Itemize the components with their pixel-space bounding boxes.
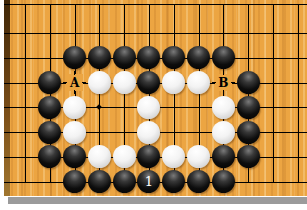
white-stone [137, 121, 160, 144]
white-stone [63, 96, 86, 119]
intersection-r4-c3[interactable] [87, 95, 112, 120]
label-dash [82, 82, 86, 83]
intersection-r3-c1 [37, 70, 62, 95]
intersection-r5-c9 [236, 120, 261, 145]
intersection-r1-c11[interactable] [285, 21, 307, 46]
intersection-r3-c3 [87, 70, 112, 95]
black-stone [88, 46, 111, 69]
black-stone-move-1: 1 [137, 170, 160, 193]
black-stone [63, 170, 86, 193]
intersection-r3-c5 [137, 70, 162, 95]
intersection-r7-c3 [87, 169, 112, 194]
intersection-r5-c3[interactable] [87, 120, 112, 145]
intersection-r3-c10[interactable] [261, 70, 286, 95]
white-stone [63, 121, 86, 144]
intersection-r4-c2 [62, 95, 87, 120]
intersection-r0-c10[interactable] [261, 0, 286, 21]
label-dash [223, 90, 224, 94]
intersection-r5-c5 [137, 120, 162, 145]
intersection-r6-c10[interactable] [261, 145, 286, 170]
white-stone [187, 71, 210, 94]
white-stone [113, 145, 136, 168]
intersection-r0-c4[interactable] [112, 0, 137, 21]
label-point-b: B [215, 74, 232, 91]
intersection-r2-c11[interactable] [285, 45, 307, 70]
intersection-r2-c8 [211, 45, 236, 70]
intersection-r4-c7[interactable] [186, 95, 211, 120]
intersection-r5-c4[interactable] [112, 120, 137, 145]
intersection-r1-c1[interactable] [37, 21, 62, 46]
intersection-r7-c7 [186, 169, 211, 194]
black-stone [212, 170, 235, 193]
white-stone [212, 96, 235, 119]
intersection-r0-c11[interactable] [285, 0, 307, 21]
white-stone [88, 145, 111, 168]
intersection-r2-c5 [137, 45, 162, 70]
black-stone [137, 46, 160, 69]
black-stone [38, 96, 61, 119]
label-dash [74, 90, 75, 94]
intersection-r6-c5 [137, 145, 162, 170]
intersection-r0-c5[interactable] [137, 0, 162, 21]
intersection-r1-c6[interactable] [161, 21, 186, 46]
label-dash [223, 71, 224, 75]
white-stone [113, 71, 136, 94]
black-stone [88, 170, 111, 193]
label-dash [212, 82, 216, 83]
black-stone [162, 170, 185, 193]
intersection-r1-c5[interactable] [137, 21, 162, 46]
intersection-r1-c10[interactable] [261, 21, 286, 46]
intersection-r6-c2 [62, 145, 87, 170]
intersection-r1-c3[interactable] [87, 21, 112, 46]
intersection-r7-c1[interactable] [37, 169, 62, 194]
intersection-r6-c0[interactable] [13, 145, 38, 170]
intersection-r5-c6[interactable] [161, 120, 186, 145]
intersection-r0-c1[interactable] [37, 0, 62, 21]
intersection-r5-c1 [37, 120, 62, 145]
intersection-r0-c9[interactable] [236, 0, 261, 21]
intersection-r4-c6[interactable] [161, 95, 186, 120]
label-dash [231, 82, 235, 83]
intersection-r3-c6 [161, 70, 186, 95]
intersection-r1-c9[interactable] [236, 21, 261, 46]
intersection-r6-c11[interactable] [285, 145, 307, 170]
black-stone [38, 121, 61, 144]
intersection-r2-c1[interactable] [37, 45, 62, 70]
intersection-r2-c3 [87, 45, 112, 70]
intersection-r3-c7 [186, 70, 211, 95]
star-point [97, 105, 103, 111]
intersection-r1-c0[interactable] [13, 21, 38, 46]
board-left-edge [4, 0, 10, 196]
intersection-r4-c9 [236, 95, 261, 120]
black-stone [237, 96, 260, 119]
intersection-r1-c2[interactable] [62, 21, 87, 46]
white-stone [88, 71, 111, 94]
label-dash [74, 71, 75, 75]
intersection-r2-c7 [186, 45, 211, 70]
intersection-r5-c2 [62, 120, 87, 145]
intersection-r4-c0[interactable] [13, 95, 38, 120]
intersection-r7-c2 [62, 169, 87, 194]
intersection-r4-c5 [137, 95, 162, 120]
intersection-r7-c6 [161, 169, 186, 194]
black-stone [113, 170, 136, 193]
intersection-r1-c4[interactable] [112, 21, 137, 46]
white-stone [162, 145, 185, 168]
intersection-r2-c0[interactable] [13, 45, 38, 70]
intersection-r4-c11[interactable] [285, 95, 307, 120]
intersection-r5-c0[interactable] [13, 120, 38, 145]
intersection-r2-c9[interactable] [236, 45, 261, 70]
intersection-r4-c8 [211, 95, 236, 120]
black-stone [237, 121, 260, 144]
intersection-r3-c11[interactable] [285, 70, 307, 95]
intersections-grid: AB1 [13, 0, 307, 194]
intersection-r4-c4[interactable] [112, 95, 137, 120]
page: AB1 [0, 0, 307, 210]
intersection-r7-c9[interactable] [236, 169, 261, 194]
intersection-r3-c9 [236, 70, 261, 95]
intersection-r3-c8[interactable]: B [211, 70, 236, 95]
move-number-label: 1 [145, 170, 153, 193]
intersection-r6-c7 [186, 145, 211, 170]
intersection-r1-c8[interactable] [211, 21, 236, 46]
intersection-r3-c0[interactable] [13, 70, 38, 95]
intersection-r0-c6[interactable] [161, 0, 186, 21]
intersection-r0-c0[interactable] [13, 0, 38, 21]
black-stone [137, 71, 160, 94]
intersection-r7-c10[interactable] [261, 169, 286, 194]
intersection-r0-c2[interactable] [62, 0, 87, 21]
black-stone [237, 145, 260, 168]
intersection-r1-c7[interactable] [186, 21, 211, 46]
intersection-r4-c10[interactable] [261, 95, 286, 120]
intersection-r2-c6 [161, 45, 186, 70]
intersection-r6-c1 [37, 145, 62, 170]
intersection-r7-c4 [112, 169, 137, 194]
intersection-r6-c4 [112, 145, 137, 170]
intersection-r0-c3[interactable] [87, 0, 112, 21]
intersection-r5-c7[interactable] [186, 120, 211, 145]
black-stone [212, 145, 235, 168]
label-point-a: A [66, 74, 83, 91]
go-board: AB1 [4, 0, 307, 196]
black-stone [237, 71, 260, 94]
intersection-r4-c1 [37, 95, 62, 120]
intersection-r6-c3 [87, 145, 112, 170]
label-dash [63, 82, 67, 83]
intersection-r6-c9 [236, 145, 261, 170]
intersection-r7-c11[interactable] [285, 169, 307, 194]
intersection-r5-c11[interactable] [285, 120, 307, 145]
intersection-r5-c8 [211, 120, 236, 145]
black-stone [187, 46, 210, 69]
intersection-r7-c0[interactable] [13, 169, 38, 194]
intersection-r3-c2[interactable]: A [62, 70, 87, 95]
intersection-r3-c4 [112, 70, 137, 95]
intersection-r2-c2 [62, 45, 87, 70]
white-stone [162, 71, 185, 94]
white-stone [212, 121, 235, 144]
white-stone [187, 145, 210, 168]
intersection-r6-c8 [211, 145, 236, 170]
intersection-r0-c8[interactable] [211, 0, 236, 21]
intersection-r7-c8 [211, 169, 236, 194]
black-stone [187, 170, 210, 193]
intersection-r7-c5: 1 [137, 169, 162, 194]
black-stone [38, 145, 61, 168]
intersection-r0-c7[interactable] [186, 0, 211, 21]
intersection-r5-c10[interactable] [261, 120, 286, 145]
black-stone [162, 46, 185, 69]
intersection-r2-c4 [112, 45, 137, 70]
black-stone [212, 46, 235, 69]
white-stone [137, 96, 160, 119]
board-shadow [8, 197, 307, 204]
black-stone [63, 46, 86, 69]
intersection-r2-c10[interactable] [261, 45, 286, 70]
black-stone [38, 71, 61, 94]
black-stone [113, 46, 136, 69]
intersection-r6-c6 [161, 145, 186, 170]
black-stone [137, 145, 160, 168]
black-stone [63, 145, 86, 168]
